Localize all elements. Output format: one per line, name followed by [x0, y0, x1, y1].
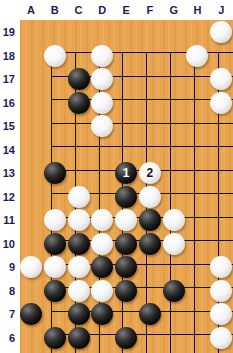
column-labels: ABCDEFGHJ [19, 0, 233, 20]
intersection-C15[interactable] [67, 114, 91, 138]
intersection-D11 [90, 208, 114, 232]
row-labels: 191817161514131211109876 [0, 20, 17, 349]
intersection-D9 [90, 255, 114, 279]
intersection-F7 [138, 302, 162, 326]
column-label-C: C [67, 0, 91, 20]
intersection-D10 [90, 232, 114, 256]
row-label-17: 17 [0, 67, 17, 91]
intersection-H18 [186, 44, 210, 68]
row-label-11: 11 [0, 208, 17, 232]
intersection-H8[interactable] [186, 279, 210, 303]
go-diagram: ABCDEFGHJ 191817161514131211109876 12 [0, 0, 233, 353]
black-stone-B6 [44, 327, 66, 349]
black-stone-A7 [20, 303, 42, 325]
white-stone-J6 [210, 327, 232, 349]
white-stone-J17 [210, 68, 232, 90]
intersection-F8[interactable] [138, 279, 162, 303]
intersection-D15 [90, 114, 114, 138]
row-label-13: 13 [0, 161, 17, 185]
intersection-G9[interactable] [162, 255, 186, 279]
intersection-F10 [138, 232, 162, 256]
black-stone-move-1-E13: 1 [115, 162, 137, 184]
white-stone-D17 [91, 68, 113, 90]
intersection-E7[interactable] [114, 302, 138, 326]
intersection-C17 [67, 67, 91, 91]
intersection-E17[interactable] [114, 67, 138, 91]
intersection-A14[interactable] [19, 138, 43, 162]
intersection-A9 [19, 255, 43, 279]
row-label-19: 19 [0, 20, 17, 44]
column-label-D: D [90, 0, 114, 20]
intersection-G7[interactable] [162, 302, 186, 326]
white-stone-G11 [163, 209, 185, 231]
row-label-18: 18 [0, 44, 17, 68]
black-stone-D9 [91, 256, 113, 278]
column-label-E: E [114, 0, 138, 20]
intersection-E16[interactable] [114, 91, 138, 115]
white-stone-J7 [210, 303, 232, 325]
intersection-H6[interactable] [186, 326, 210, 350]
intersection-C7 [67, 302, 91, 326]
intersection-J11[interactable] [209, 208, 233, 232]
intersection-A6[interactable] [19, 326, 43, 350]
intersection-F16[interactable] [138, 91, 162, 115]
intersection-D14[interactable] [90, 138, 114, 162]
intersection-A16[interactable] [19, 91, 43, 115]
column-label-B: B [43, 0, 67, 20]
intersection-B15[interactable] [43, 114, 67, 138]
white-stone-B18 [44, 45, 66, 67]
white-stone-B9 [44, 256, 66, 278]
intersection-J10[interactable] [209, 232, 233, 256]
black-stone-E12 [115, 186, 137, 208]
black-stone-F11 [139, 209, 161, 231]
intersection-F11 [138, 208, 162, 232]
white-stone-D15 [91, 115, 113, 137]
column-label-G: G [162, 0, 186, 20]
black-stone-E8 [115, 280, 137, 302]
white-stone-D11 [91, 209, 113, 231]
intersection-C18[interactable] [67, 44, 91, 68]
intersection-H12[interactable] [186, 185, 210, 209]
row-label-7: 7 [0, 302, 17, 326]
white-stone-E11 [115, 209, 137, 231]
intersection-C19[interactable] [67, 20, 91, 44]
intersection-B11 [43, 208, 67, 232]
column-label-A: A [19, 0, 43, 20]
intersection-F12 [138, 185, 162, 209]
intersection-J14[interactable] [209, 138, 233, 162]
intersection-A12[interactable] [19, 185, 43, 209]
row-label-14: 14 [0, 138, 17, 162]
white-stone-C9 [68, 256, 90, 278]
intersection-E10 [114, 232, 138, 256]
intersection-H14[interactable] [186, 138, 210, 162]
white-stone-J16 [210, 92, 232, 114]
intersection-B16[interactable] [43, 91, 67, 115]
intersection-J9 [209, 255, 233, 279]
intersection-H15[interactable] [186, 114, 210, 138]
row-label-10: 10 [0, 232, 17, 256]
intersection-J17 [209, 67, 233, 91]
intersection-A8[interactable] [19, 279, 43, 303]
intersection-A7 [19, 302, 43, 326]
intersection-C14[interactable] [67, 138, 91, 162]
intersection-J7 [209, 302, 233, 326]
black-stone-C6 [68, 327, 90, 349]
intersection-G12[interactable] [162, 185, 186, 209]
intersection-F15[interactable] [138, 114, 162, 138]
intersection-A13[interactable] [19, 161, 43, 185]
intersection-B19[interactable] [43, 20, 67, 44]
row-label-6: 6 [0, 326, 17, 350]
black-stone-C7 [68, 303, 90, 325]
intersection-F13: 2 [138, 161, 162, 185]
intersection-E15[interactable] [114, 114, 138, 138]
intersection-A18[interactable] [19, 44, 43, 68]
intersection-C16 [67, 91, 91, 115]
intersection-G10 [162, 232, 186, 256]
intersection-C10 [67, 232, 91, 256]
white-stone-D10 [91, 233, 113, 255]
black-stone-F10 [139, 233, 161, 255]
intersection-C13[interactable] [67, 161, 91, 185]
intersection-D17 [90, 67, 114, 91]
intersection-G6[interactable] [162, 326, 186, 350]
column-label-J: J [209, 0, 233, 20]
intersection-H7[interactable] [186, 302, 210, 326]
intersection-H13[interactable] [186, 161, 210, 185]
intersection-F19[interactable] [138, 20, 162, 44]
intersection-G13[interactable] [162, 161, 186, 185]
white-stone-A9 [20, 256, 42, 278]
intersection-E18[interactable] [114, 44, 138, 68]
white-stone-G10 [163, 233, 185, 255]
row-label-16: 16 [0, 91, 17, 115]
intersection-B12[interactable] [43, 185, 67, 209]
white-stone-F12 [139, 186, 161, 208]
intersection-B14[interactable] [43, 138, 67, 162]
intersection-G17[interactable] [162, 67, 186, 91]
intersection-H9[interactable] [186, 255, 210, 279]
intersection-G18[interactable] [162, 44, 186, 68]
intersection-A10[interactable] [19, 232, 43, 256]
black-stone-E9 [115, 256, 137, 278]
intersection-F17[interactable] [138, 67, 162, 91]
intersection-A19[interactable] [19, 20, 43, 44]
intersection-B9 [43, 255, 67, 279]
go-board[interactable]: 12 [19, 20, 233, 349]
black-stone-F7 [139, 303, 161, 325]
intersection-G11 [162, 208, 186, 232]
intersection-G15[interactable] [162, 114, 186, 138]
intersection-H10[interactable] [186, 232, 210, 256]
intersection-D19[interactable] [90, 20, 114, 44]
intersection-C9 [67, 255, 91, 279]
intersection-C11 [67, 208, 91, 232]
intersection-D6[interactable] [90, 326, 114, 350]
intersection-J8 [209, 279, 233, 303]
white-stone-D8 [91, 280, 113, 302]
white-stone-J8 [210, 280, 232, 302]
black-stone-E10 [115, 233, 137, 255]
intersection-H17[interactable] [186, 67, 210, 91]
white-stone-move-2-F13: 2 [139, 162, 161, 184]
black-stone-C10 [68, 233, 90, 255]
black-stone-C16 [68, 92, 90, 114]
intersection-D8 [90, 279, 114, 303]
intersection-J13[interactable] [209, 161, 233, 185]
black-stone-C17 [68, 68, 90, 90]
intersection-E13: 1 [114, 161, 138, 185]
intersection-J15[interactable] [209, 114, 233, 138]
white-stone-C12 [68, 186, 90, 208]
white-stone-C8 [68, 280, 90, 302]
intersection-D12[interactable] [90, 185, 114, 209]
intersection-D16 [90, 91, 114, 115]
column-label-H: H [186, 0, 210, 20]
white-stone-B11 [44, 209, 66, 231]
row-label-9: 9 [0, 255, 17, 279]
intersection-H11[interactable] [186, 208, 210, 232]
intersection-E12 [114, 185, 138, 209]
intersection-D13[interactable] [90, 161, 114, 185]
intersection-E14[interactable] [114, 138, 138, 162]
intersection-C6 [67, 326, 91, 350]
white-stone-J19 [210, 21, 232, 43]
intersection-G14[interactable] [162, 138, 186, 162]
intersection-C8 [67, 279, 91, 303]
intersection-B18 [43, 44, 67, 68]
intersection-A17[interactable] [19, 67, 43, 91]
intersection-B17[interactable] [43, 67, 67, 91]
intersection-J18[interactable] [209, 44, 233, 68]
intersection-B8 [43, 279, 67, 303]
intersection-E9 [114, 255, 138, 279]
column-label-F: F [138, 0, 162, 20]
intersection-F6[interactable] [138, 326, 162, 350]
intersection-J16 [209, 91, 233, 115]
black-stone-E6 [115, 327, 137, 349]
intersection-G8 [162, 279, 186, 303]
black-stone-G8 [163, 280, 185, 302]
black-stone-D7 [91, 303, 113, 325]
row-label-8: 8 [0, 279, 17, 303]
intersection-J6 [209, 326, 233, 350]
white-stone-D16 [91, 92, 113, 114]
white-stone-C11 [68, 209, 90, 231]
intersection-D7 [90, 302, 114, 326]
intersection-F18[interactable] [138, 44, 162, 68]
intersection-B10 [43, 232, 67, 256]
intersection-C12 [67, 185, 91, 209]
intersection-B13 [43, 161, 67, 185]
intersection-E6 [114, 326, 138, 350]
intersection-H16[interactable] [186, 91, 210, 115]
intersection-B6 [43, 326, 67, 350]
intersection-G16[interactable] [162, 91, 186, 115]
intersection-F14[interactable] [138, 138, 162, 162]
intersection-E19[interactable] [114, 20, 138, 44]
row-label-15: 15 [0, 114, 17, 138]
white-stone-H18 [186, 45, 208, 67]
intersection-E11 [114, 208, 138, 232]
intersection-E8 [114, 279, 138, 303]
intersection-D18 [90, 44, 114, 68]
white-stone-D18 [91, 45, 113, 67]
black-stone-B8 [44, 280, 66, 302]
black-stone-B13 [44, 162, 66, 184]
intersection-G19[interactable] [162, 20, 186, 44]
intersection-J19 [209, 20, 233, 44]
intersection-H19[interactable] [186, 20, 210, 44]
white-stone-J9 [210, 256, 232, 278]
intersection-A11[interactable] [19, 208, 43, 232]
intersection-F9[interactable] [138, 255, 162, 279]
intersection-A15[interactable] [19, 114, 43, 138]
intersection-J12[interactable] [209, 185, 233, 209]
black-stone-B10 [44, 233, 66, 255]
intersection-B7[interactable] [43, 302, 67, 326]
row-label-12: 12 [0, 185, 17, 209]
